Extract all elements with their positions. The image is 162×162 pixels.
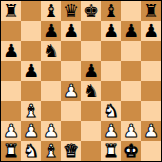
square-d6[interactable] <box>61 41 81 61</box>
square-h3[interactable] <box>141 101 161 121</box>
black-king-e8[interactable]: ♚ <box>83 1 99 21</box>
black-pawn-c7[interactable]: ♟ <box>43 21 59 41</box>
square-h1[interactable] <box>141 141 161 161</box>
square-f4[interactable] <box>101 81 121 101</box>
white-pawn-b2[interactable]: ♟ <box>23 121 39 141</box>
square-a2[interactable]: ♟ <box>1 121 21 141</box>
square-h2[interactable]: ♟ <box>141 121 161 141</box>
black-bishop-f8[interactable]: ♝ <box>103 1 119 21</box>
white-pawn-f2[interactable]: ♟ <box>103 121 119 141</box>
black-pawn-a6[interactable]: ♟ <box>3 41 19 61</box>
square-e3[interactable] <box>81 101 101 121</box>
square-g2[interactable]: ♟ <box>121 121 141 141</box>
black-knight-c6[interactable]: ♞ <box>43 41 59 61</box>
square-a7[interactable] <box>1 21 21 41</box>
square-e1[interactable] <box>81 141 101 161</box>
white-pawn-a2[interactable]: ♟ <box>3 121 19 141</box>
white-knight-b1[interactable]: ♞ <box>23 141 39 161</box>
square-e2[interactable] <box>81 121 101 141</box>
square-f5[interactable] <box>101 61 121 81</box>
black-rook-a8[interactable]: ♜ <box>3 1 19 21</box>
white-queen-d1[interactable]: ♛ <box>63 141 79 161</box>
square-a8[interactable]: ♜ <box>1 1 21 21</box>
black-rook-h8[interactable]: ♜ <box>143 1 159 21</box>
white-bishop-b3[interactable]: ♝ <box>23 101 39 121</box>
black-pawn-f7[interactable]: ♟ <box>103 21 119 41</box>
square-b7[interactable] <box>21 21 41 41</box>
square-b4[interactable] <box>21 81 41 101</box>
square-d8[interactable]: ♛ <box>61 1 81 21</box>
white-knight-f3[interactable]: ♞ <box>103 101 119 121</box>
white-king-g1[interactable]: ♚ <box>123 141 139 161</box>
black-pawn-g7[interactable]: ♟ <box>123 21 139 41</box>
square-b3[interactable]: ♝ <box>21 101 41 121</box>
square-b5[interactable]: ♟ <box>21 61 41 81</box>
square-f1[interactable]: ♜ <box>101 141 121 161</box>
white-pawn-h2[interactable]: ♟ <box>143 121 159 141</box>
square-d3[interactable] <box>61 101 81 121</box>
square-e4[interactable]: ♞ <box>81 81 101 101</box>
square-c8[interactable]: ♝ <box>41 1 61 21</box>
square-h4[interactable] <box>141 81 161 101</box>
square-c6[interactable]: ♞ <box>41 41 61 61</box>
black-pawn-d7[interactable]: ♟ <box>63 21 79 41</box>
square-b1[interactable]: ♞ <box>21 141 41 161</box>
square-c1[interactable]: ♝ <box>41 141 61 161</box>
square-h8[interactable]: ♜ <box>141 1 161 21</box>
square-d2[interactable] <box>61 121 81 141</box>
square-d5[interactable] <box>61 61 81 81</box>
square-c2[interactable]: ♟ <box>41 121 61 141</box>
white-rook-a1[interactable]: ♜ <box>3 141 19 161</box>
chess-board: ♜♝♛♚♝♜♟♟♟♟♟♟♞♟♟♟♞♝♞♟♟♟♟♟♟♜♞♝♛♜♚ <box>1 1 161 161</box>
square-f7[interactable]: ♟ <box>101 21 121 41</box>
square-e7[interactable] <box>81 21 101 41</box>
white-pawn-d4[interactable]: ♟ <box>63 81 79 101</box>
square-c3[interactable] <box>41 101 61 121</box>
square-d4[interactable]: ♟ <box>61 81 81 101</box>
square-g3[interactable] <box>121 101 141 121</box>
square-c7[interactable]: ♟ <box>41 21 61 41</box>
black-pawn-h7[interactable]: ♟ <box>143 21 159 41</box>
square-h7[interactable]: ♟ <box>141 21 161 41</box>
square-f8[interactable]: ♝ <box>101 1 121 21</box>
square-f2[interactable]: ♟ <box>101 121 121 141</box>
square-a5[interactable] <box>1 61 21 81</box>
square-c5[interactable] <box>41 61 61 81</box>
square-g4[interactable] <box>121 81 141 101</box>
black-pawn-b5[interactable]: ♟ <box>23 61 39 81</box>
square-a3[interactable] <box>1 101 21 121</box>
square-h6[interactable] <box>141 41 161 61</box>
square-d7[interactable]: ♟ <box>61 21 81 41</box>
square-d1[interactable]: ♛ <box>61 141 81 161</box>
square-g6[interactable] <box>121 41 141 61</box>
black-knight-e4[interactable]: ♞ <box>83 81 99 101</box>
chess-board-frame: ♜♝♛♚♝♜♟♟♟♟♟♟♞♟♟♟♞♝♞♟♟♟♟♟♟♜♞♝♛♜♚ <box>0 0 162 162</box>
black-bishop-c8[interactable]: ♝ <box>43 1 59 21</box>
square-f6[interactable] <box>101 41 121 61</box>
black-pawn-e5[interactable]: ♟ <box>83 61 99 81</box>
square-e8[interactable]: ♚ <box>81 1 101 21</box>
white-bishop-c1[interactable]: ♝ <box>43 141 59 161</box>
square-f3[interactable]: ♞ <box>101 101 121 121</box>
white-pawn-c2[interactable]: ♟ <box>43 121 59 141</box>
white-rook-f1[interactable]: ♜ <box>103 141 119 161</box>
square-c4[interactable] <box>41 81 61 101</box>
square-b6[interactable] <box>21 41 41 61</box>
square-g5[interactable] <box>121 61 141 81</box>
square-a1[interactable]: ♜ <box>1 141 21 161</box>
square-e5[interactable]: ♟ <box>81 61 101 81</box>
black-queen-d8[interactable]: ♛ <box>63 1 79 21</box>
square-b8[interactable] <box>21 1 41 21</box>
square-e6[interactable] <box>81 41 101 61</box>
square-a6[interactable]: ♟ <box>1 41 21 61</box>
white-pawn-g2[interactable]: ♟ <box>123 121 139 141</box>
square-a4[interactable] <box>1 81 21 101</box>
square-g8[interactable] <box>121 1 141 21</box>
square-b2[interactable]: ♟ <box>21 121 41 141</box>
square-h5[interactable] <box>141 61 161 81</box>
square-g1[interactable]: ♚ <box>121 141 141 161</box>
square-g7[interactable]: ♟ <box>121 21 141 41</box>
